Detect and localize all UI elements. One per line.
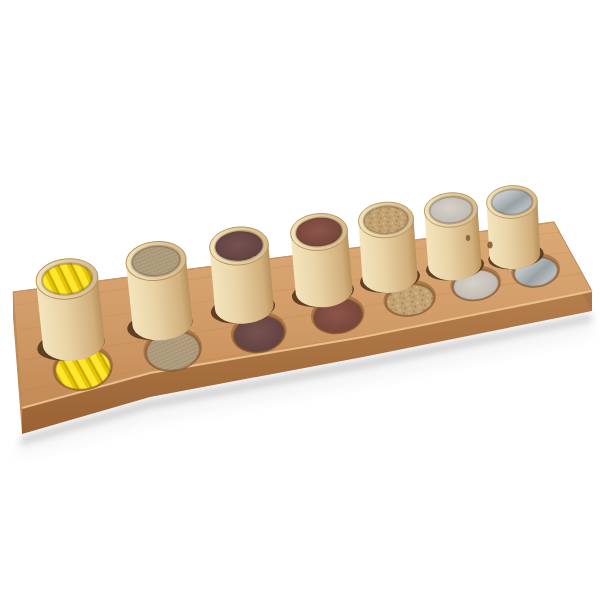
- cylinder-burlap-weave[interactable]: [124, 239, 194, 344]
- wood-knot: [466, 235, 470, 241]
- cylinder-grey-felt[interactable]: [423, 191, 482, 282]
- product-photo-stage: [0, 0, 600, 600]
- cylinder-redbrown-suede[interactable]: [289, 211, 354, 309]
- cylinder-maroon-suede[interactable]: [208, 225, 275, 327]
- cylinder-silver-metal[interactable]: [486, 184, 541, 270]
- cylinder-yellow-ridged[interactable]: [34, 256, 106, 364]
- wood-knot: [487, 242, 492, 249]
- cylinder-cork-grain[interactable]: [357, 200, 418, 294]
- tactile-cylinder-board-scene: [0, 0, 600, 600]
